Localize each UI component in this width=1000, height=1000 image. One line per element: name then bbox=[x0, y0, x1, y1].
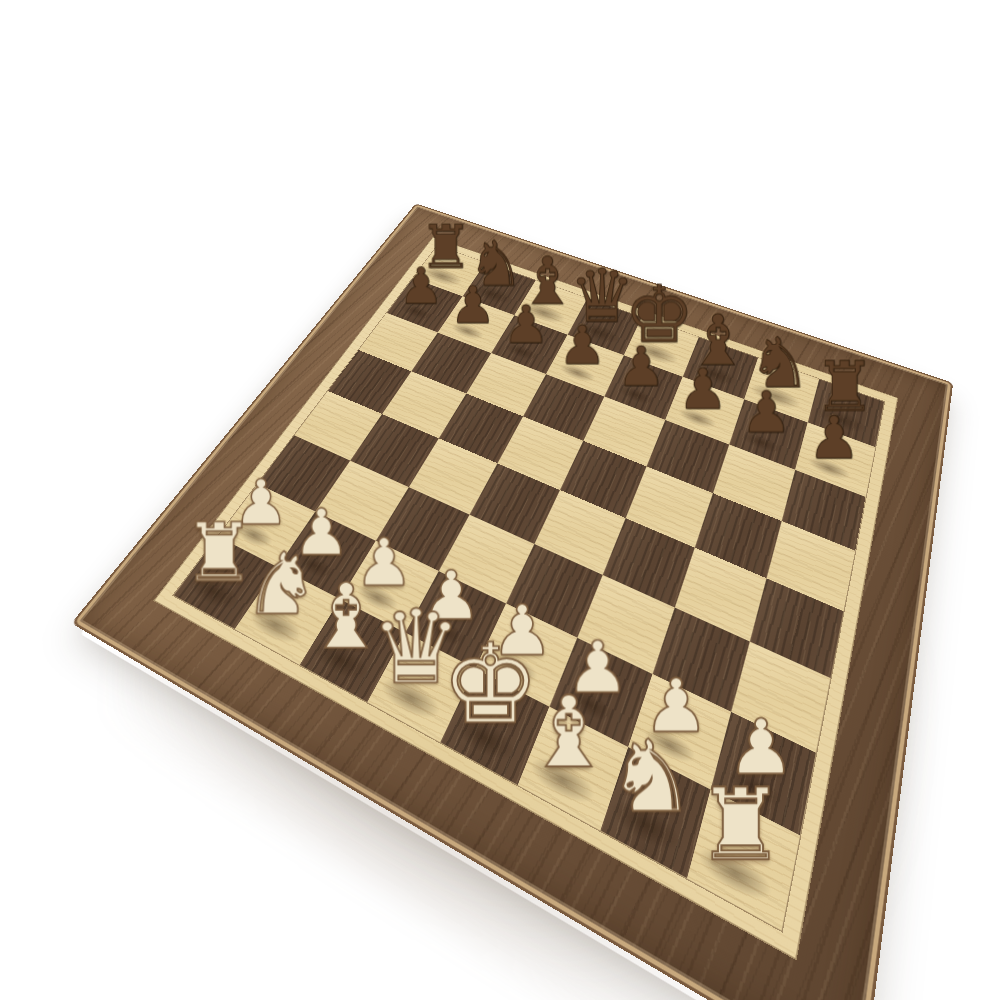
piece-white-knight-g1: ♞ bbox=[608, 729, 697, 823]
square-h7: ♟ bbox=[796, 422, 876, 496]
board-inner-border: ♜♞♝♛♚♝♞♜♟♟♟♟♟♟♟♟♟♟♟♟♟♟♟♟♜♞♝♛♚♝♞♜ bbox=[153, 237, 898, 961]
piece-black-pawn-a7: ♟ bbox=[398, 262, 443, 310]
square-h1: ♜ bbox=[688, 790, 800, 930]
piece-black-pawn-c7: ♟ bbox=[503, 300, 550, 350]
piece-black-pawn-e7: ♟ bbox=[616, 341, 665, 393]
squares-grid: ♜♞♝♛♚♝♞♜♟♟♟♟♟♟♟♟♟♟♟♟♟♟♟♟♜♞♝♛♚♝♞♜ bbox=[174, 246, 884, 930]
piece-black-pawn-g7: ♟ bbox=[741, 386, 792, 440]
chess-board: ♜♞♝♛♚♝♞♜♟♟♟♟♟♟♟♟♟♟♟♟♟♟♟♟♜♞♝♛♚♝♞♜ bbox=[79, 207, 947, 1000]
piece-black-pawn-b7: ♟ bbox=[449, 281, 495, 330]
square-g6 bbox=[712, 444, 795, 521]
piece-black-pawn-f7: ♟ bbox=[677, 363, 727, 416]
product-photo: ♜♞♝♛♚♝♞♜♟♟♟♟♟♟♟♟♟♟♟♟♟♟♟♟♜♞♝♛♚♝♞♜ bbox=[0, 0, 1000, 1000]
piece-black-pawn-d7: ♟ bbox=[558, 320, 606, 371]
piece-white-rook-h1: ♜ bbox=[696, 777, 785, 872]
chess-scene: ♜♞♝♛♚♝♞♜♟♟♟♟♟♟♟♟♟♟♟♟♟♟♟♟♜♞♝♛♚♝♞♜ bbox=[0, 0, 1000, 1000]
piece-black-pawn-h7: ♟ bbox=[808, 410, 861, 466]
piece-white-bishop-f1: ♝ bbox=[524, 685, 612, 779]
